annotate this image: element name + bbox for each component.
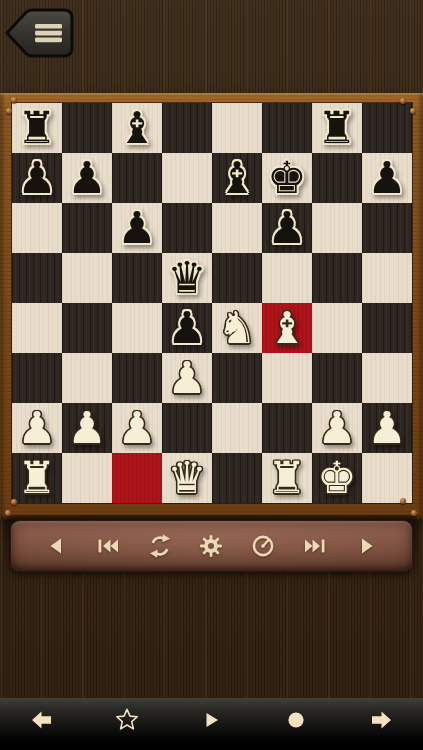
- settings-button[interactable]: [196, 531, 226, 561]
- square-d6[interactable]: [162, 203, 212, 253]
- piece-black-pawn: ♟: [167, 306, 206, 350]
- square-a2[interactable]: ♟: [12, 403, 62, 453]
- skip-to-end-icon: [302, 534, 328, 558]
- square-d2[interactable]: [162, 403, 212, 453]
- piece-black-bishop: ♝: [117, 106, 156, 150]
- piece-white-queen: ♛: [167, 456, 206, 500]
- rotate-sync-icon: [147, 533, 173, 559]
- piece-white-knight: ♞: [217, 306, 256, 350]
- square-h3[interactable]: [362, 353, 412, 403]
- piece-black-rook: ♜: [17, 106, 56, 150]
- square-f4[interactable]: ♝: [262, 303, 312, 353]
- piece-black-pawn: ♟: [367, 156, 406, 200]
- piece-black-pawn: ♟: [267, 206, 306, 250]
- piece-black-rook: ♜: [317, 106, 356, 150]
- square-h8[interactable]: [362, 103, 412, 153]
- piece-white-pawn: ♟: [117, 406, 156, 450]
- square-b3[interactable]: [62, 353, 112, 403]
- square-e1[interactable]: [212, 453, 262, 503]
- square-b5[interactable]: [62, 253, 112, 303]
- frame-pin: [11, 97, 17, 103]
- square-c4[interactable]: [112, 303, 162, 353]
- nav-favorite-button[interactable]: [85, 698, 170, 750]
- piece-white-king: ♚: [317, 456, 356, 500]
- square-g7[interactable]: [312, 153, 362, 203]
- square-c5[interactable]: [112, 253, 162, 303]
- square-f6[interactable]: ♟: [262, 203, 312, 253]
- star-outline-icon: [113, 706, 141, 734]
- arrow-right-icon: [368, 707, 394, 733]
- square-a6[interactable]: [12, 203, 62, 253]
- square-e3[interactable]: [212, 353, 262, 403]
- square-b8[interactable]: [62, 103, 112, 153]
- piece-black-queen: ♛: [167, 256, 206, 300]
- square-f5[interactable]: [262, 253, 312, 303]
- frame-pin: [11, 499, 17, 505]
- square-a3[interactable]: [12, 353, 62, 403]
- square-d8[interactable]: [162, 103, 212, 153]
- piece-black-pawn: ♟: [117, 206, 156, 250]
- square-h1[interactable]: [362, 453, 412, 503]
- piece-white-pawn: ♟: [317, 406, 356, 450]
- square-h2[interactable]: ♟: [362, 403, 412, 453]
- square-a7[interactable]: ♟: [12, 153, 62, 203]
- step-back-icon: [44, 534, 68, 558]
- nav-next-button[interactable]: [338, 698, 423, 750]
- square-g2[interactable]: ♟: [312, 403, 362, 453]
- square-d1[interactable]: ♛: [162, 453, 212, 503]
- piece-white-pawn: ♟: [367, 406, 406, 450]
- square-e4[interactable]: ♞: [212, 303, 262, 353]
- square-d5[interactable]: ♛: [162, 253, 212, 303]
- frame-pin: [410, 108, 416, 114]
- square-h7[interactable]: ♟: [362, 153, 412, 203]
- square-h4[interactable]: [362, 303, 412, 353]
- square-c1[interactable]: [112, 453, 162, 503]
- piece-white-pawn: ♟: [67, 406, 106, 450]
- skip-to-end-button[interactable]: [300, 531, 330, 561]
- chess-board: ♜♝♜♟♟♝♚♟♟♟♛♟♞♝♟♟♟♟♟♟♜♛♜♚: [12, 103, 412, 503]
- square-c3[interactable]: [112, 353, 162, 403]
- piece-white-bishop: ♝: [267, 306, 306, 350]
- step-back-button[interactable]: [41, 531, 71, 561]
- piece-black-pawn: ♟: [17, 156, 56, 200]
- square-e5[interactable]: [212, 253, 262, 303]
- frame-pin: [400, 98, 406, 104]
- square-a4[interactable]: [12, 303, 62, 353]
- nav-play-button[interactable]: [169, 698, 254, 750]
- board-frame: ♜♝♜♟♟♝♚♟♟♟♛♟♞♝♟♟♟♟♟♟♜♛♜♚: [0, 93, 423, 520]
- chess-app-screen: { "game": "chess", "position": { "fen": …: [0, 0, 423, 750]
- square-c7[interactable]: [112, 153, 162, 203]
- square-d7[interactable]: [162, 153, 212, 203]
- menu-button[interactable]: [4, 7, 76, 59]
- square-d3[interactable]: ♟: [162, 353, 212, 403]
- skip-to-start-icon: [95, 534, 121, 558]
- frame-pin: [6, 108, 12, 114]
- arrow-left-icon: [29, 707, 55, 733]
- piece-white-pawn: ♟: [167, 356, 206, 400]
- rotate-board-button[interactable]: [145, 531, 175, 561]
- square-f7[interactable]: ♚: [262, 153, 312, 203]
- frame-pin: [400, 498, 406, 504]
- square-b4[interactable]: [62, 303, 112, 353]
- playback-toolbar: [10, 520, 413, 572]
- square-c6[interactable]: ♟: [112, 203, 162, 253]
- square-g5[interactable]: [312, 253, 362, 303]
- square-c2[interactable]: ♟: [112, 403, 162, 453]
- square-f2[interactable]: [262, 403, 312, 453]
- step-forward-icon: [355, 534, 379, 558]
- square-b7[interactable]: ♟: [62, 153, 112, 203]
- square-e7[interactable]: ♝: [212, 153, 262, 203]
- square-a8[interactable]: ♜: [12, 103, 62, 153]
- square-g1[interactable]: ♚: [312, 453, 362, 503]
- hamburger-menu-icon: [4, 7, 76, 59]
- square-e2[interactable]: [212, 403, 262, 453]
- step-forward-button[interactable]: [352, 531, 382, 561]
- square-a5[interactable]: [12, 253, 62, 303]
- piece-black-king: ♚: [267, 156, 306, 200]
- piece-white-pawn: ♟: [17, 406, 56, 450]
- nav-previous-button[interactable]: [0, 698, 85, 750]
- square-h6[interactable]: [362, 203, 412, 253]
- play-icon: [199, 708, 223, 732]
- clock-button[interactable]: [248, 531, 278, 561]
- square-e6[interactable]: [212, 203, 262, 253]
- square-a1[interactable]: ♜: [12, 453, 62, 503]
- square-e8[interactable]: [212, 103, 262, 153]
- square-b2[interactable]: ♟: [62, 403, 112, 453]
- square-g6[interactable]: [312, 203, 362, 253]
- square-b1[interactable]: [62, 453, 112, 503]
- square-f3[interactable]: [262, 353, 312, 403]
- square-f8[interactable]: [262, 103, 312, 153]
- nav-record-button[interactable]: [254, 698, 339, 750]
- square-g8[interactable]: ♜: [312, 103, 362, 153]
- square-b6[interactable]: [62, 203, 112, 253]
- square-h5[interactable]: [362, 253, 412, 303]
- piece-white-rook: ♜: [17, 456, 56, 500]
- square-g4[interactable]: [312, 303, 362, 353]
- piece-black-pawn: ♟: [67, 156, 106, 200]
- skip-to-start-button[interactable]: [93, 531, 123, 561]
- square-d4[interactable]: ♟: [162, 303, 212, 353]
- piece-black-bishop: ♝: [217, 156, 256, 200]
- square-f1[interactable]: ♜: [262, 453, 312, 503]
- bottom-nav-bar: [0, 698, 423, 750]
- square-c8[interactable]: ♝: [112, 103, 162, 153]
- square-g3[interactable]: [312, 353, 362, 403]
- piece-white-rook: ♜: [267, 456, 306, 500]
- gear-icon: [198, 533, 224, 559]
- circle-icon: [284, 708, 308, 732]
- gauge-icon: [250, 533, 276, 559]
